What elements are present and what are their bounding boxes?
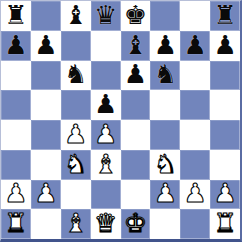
piece-white-queen[interactable]: ♛ — [94, 210, 117, 236]
chess-board: ♜♝♛♚♜♟♟♝♟♟♟♞♟♞♟♟♟♞♝♞♟♟♟♟♟♜♝♛♚♜ — [0, 0, 242, 242]
square-h2[interactable]: ♟ — [210, 180, 240, 210]
square-c7[interactable] — [61, 31, 91, 61]
square-g3[interactable] — [180, 150, 210, 180]
square-c1[interactable]: ♝ — [61, 209, 91, 239]
piece-white-pawn[interactable]: ♟ — [34, 180, 57, 206]
square-g1[interactable] — [180, 209, 210, 239]
square-e2[interactable] — [121, 180, 151, 210]
square-f6[interactable]: ♞ — [150, 61, 180, 91]
piece-white-rook[interactable]: ♜ — [213, 210, 236, 236]
square-g7[interactable]: ♟ — [180, 31, 210, 61]
square-e1[interactable]: ♚ — [121, 209, 151, 239]
piece-black-bishop[interactable]: ♝ — [64, 2, 87, 28]
square-d6[interactable] — [91, 61, 121, 91]
square-e3[interactable] — [121, 150, 151, 180]
piece-black-pawn[interactable]: ♟ — [34, 32, 57, 58]
square-f4[interactable] — [150, 120, 180, 150]
square-f2[interactable]: ♟ — [150, 180, 180, 210]
piece-black-rook[interactable]: ♜ — [213, 2, 236, 28]
square-a1[interactable]: ♜ — [1, 209, 31, 239]
piece-black-bishop[interactable]: ♝ — [124, 32, 147, 58]
square-h8[interactable]: ♜ — [210, 1, 240, 31]
piece-black-king[interactable]: ♚ — [124, 2, 147, 28]
piece-black-pawn[interactable]: ♟ — [94, 91, 117, 117]
square-b5[interactable] — [31, 90, 61, 120]
square-e6[interactable]: ♟ — [121, 61, 151, 91]
square-f8[interactable] — [150, 1, 180, 31]
square-h7[interactable]: ♟ — [210, 31, 240, 61]
piece-black-pawn[interactable]: ♟ — [124, 61, 147, 87]
piece-black-queen[interactable]: ♛ — [94, 2, 117, 28]
square-h5[interactable] — [210, 90, 240, 120]
square-a6[interactable] — [1, 61, 31, 91]
square-f1[interactable] — [150, 209, 180, 239]
square-h3[interactable] — [210, 150, 240, 180]
square-a8[interactable]: ♜ — [1, 1, 31, 31]
piece-white-rook[interactable]: ♜ — [4, 210, 27, 236]
square-d3[interactable]: ♝ — [91, 150, 121, 180]
piece-black-knight[interactable]: ♞ — [64, 61, 87, 87]
square-b6[interactable] — [31, 61, 61, 91]
square-e5[interactable] — [121, 90, 151, 120]
piece-white-pawn[interactable]: ♟ — [213, 180, 236, 206]
square-a4[interactable] — [1, 120, 31, 150]
square-d5[interactable]: ♟ — [91, 90, 121, 120]
square-d7[interactable] — [91, 31, 121, 61]
piece-white-pawn[interactable]: ♟ — [64, 121, 87, 147]
square-h1[interactable]: ♜ — [210, 209, 240, 239]
square-c8[interactable]: ♝ — [61, 1, 91, 31]
square-c2[interactable] — [61, 180, 91, 210]
square-a5[interactable] — [1, 90, 31, 120]
piece-white-pawn[interactable]: ♟ — [4, 180, 27, 206]
piece-black-knight[interactable]: ♞ — [154, 61, 177, 87]
square-b3[interactable] — [31, 150, 61, 180]
piece-white-bishop[interactable]: ♝ — [64, 210, 87, 236]
square-g4[interactable] — [180, 120, 210, 150]
square-g5[interactable] — [180, 90, 210, 120]
square-b2[interactable]: ♟ — [31, 180, 61, 210]
piece-white-king[interactable]: ♚ — [124, 210, 147, 236]
piece-black-pawn[interactable]: ♟ — [154, 32, 177, 58]
piece-black-pawn[interactable]: ♟ — [184, 32, 207, 58]
piece-white-knight[interactable]: ♞ — [154, 151, 177, 177]
square-c5[interactable] — [61, 90, 91, 120]
square-e8[interactable]: ♚ — [121, 1, 151, 31]
square-g6[interactable] — [180, 61, 210, 91]
square-b8[interactable] — [31, 1, 61, 31]
square-a3[interactable] — [1, 150, 31, 180]
piece-black-rook[interactable]: ♜ — [4, 2, 27, 28]
square-h4[interactable] — [210, 120, 240, 150]
square-f5[interactable] — [150, 90, 180, 120]
piece-black-pawn[interactable]: ♟ — [213, 32, 236, 58]
piece-white-pawn[interactable]: ♟ — [184, 180, 207, 206]
square-h6[interactable] — [210, 61, 240, 91]
square-e4[interactable] — [121, 120, 151, 150]
square-f7[interactable]: ♟ — [150, 31, 180, 61]
square-c4[interactable]: ♟ — [61, 120, 91, 150]
square-d8[interactable]: ♛ — [91, 1, 121, 31]
square-a7[interactable]: ♟ — [1, 31, 31, 61]
square-c3[interactable]: ♞ — [61, 150, 91, 180]
square-d2[interactable] — [91, 180, 121, 210]
piece-white-knight[interactable]: ♞ — [64, 151, 87, 177]
square-f3[interactable]: ♞ — [150, 150, 180, 180]
piece-white-bishop[interactable]: ♝ — [94, 151, 117, 177]
square-g2[interactable]: ♟ — [180, 180, 210, 210]
square-b4[interactable] — [31, 120, 61, 150]
piece-black-pawn[interactable]: ♟ — [4, 32, 27, 58]
square-d1[interactable]: ♛ — [91, 209, 121, 239]
piece-white-pawn[interactable]: ♟ — [154, 180, 177, 206]
piece-white-pawn[interactable]: ♟ — [94, 121, 117, 147]
square-b7[interactable]: ♟ — [31, 31, 61, 61]
square-b1[interactable] — [31, 209, 61, 239]
square-e7[interactable]: ♝ — [121, 31, 151, 61]
square-c6[interactable]: ♞ — [61, 61, 91, 91]
square-a2[interactable]: ♟ — [1, 180, 31, 210]
square-g8[interactable] — [180, 1, 210, 31]
square-d4[interactable]: ♟ — [91, 120, 121, 150]
